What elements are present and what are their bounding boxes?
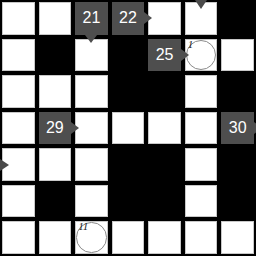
clue-badge-21[interactable]: 21 [75,2,108,35]
grid-cell[interactable] [2,185,35,218]
grid-cell[interactable] [112,112,145,145]
black-cell [112,75,145,108]
clue-badge-label: 22 [119,9,137,27]
grid-cell[interactable] [39,2,72,35]
down-arrow-marker [195,0,207,9]
grid-cell[interactable] [221,39,254,72]
grid-cell[interactable] [75,148,108,181]
black-cell [221,185,254,218]
clue-badge-22[interactable]: 22 [112,2,145,35]
black-cell [221,75,254,108]
black-cell [39,185,72,218]
right-arrow-marker [0,159,9,171]
pencil-clue-number: 11 [78,220,88,233]
clue-badge-label: 30 [229,119,247,137]
grid-cell[interactable] [185,148,218,181]
grid-cell[interactable]: 11 [75,221,108,254]
grid-cell[interactable] [148,2,181,35]
grid-cell[interactable] [75,75,108,108]
badge-pointer-right [254,122,256,134]
grid-cell[interactable] [221,221,254,254]
grid-cell[interactable] [185,75,218,108]
clue-badge-25[interactable]: 25 [148,39,181,72]
black-cell [221,148,254,181]
black-cell [148,75,181,108]
badge-pointer-right [181,49,189,61]
grid-cell[interactable] [185,221,218,254]
grid-cell[interactable] [2,221,35,254]
black-cell [112,39,145,72]
badge-pointer-down [85,35,97,43]
clue-badge-label: 21 [83,9,101,27]
clue-badge-30[interactable]: 30 [221,112,254,145]
grid-cell[interactable]: 1 [185,39,218,72]
badge-pointer-right [71,122,79,134]
black-cell [148,148,181,181]
black-cell [39,39,72,72]
grid-cell[interactable] [39,148,72,181]
clue-badge-label: 29 [46,119,64,137]
grid-cell[interactable] [75,112,108,145]
grid-cell[interactable] [148,221,181,254]
grid-cell[interactable] [112,221,145,254]
black-cell [221,2,254,35]
grid-cell[interactable] [148,112,181,145]
black-cell [112,148,145,181]
black-cell [148,185,181,218]
crossword-board: 1112122252930 [0,0,256,256]
grid-cell[interactable] [2,112,35,145]
grid-cell[interactable] [39,221,72,254]
grid-cell[interactable] [39,75,72,108]
badge-pointer-right [144,12,152,24]
grid-cell[interactable] [2,2,35,35]
grid-cell[interactable] [2,75,35,108]
clue-badge-29[interactable]: 29 [39,112,72,145]
grid-cell[interactable] [75,185,108,218]
grid-cell[interactable] [75,39,108,72]
grid-cell[interactable] [185,185,218,218]
grid-cell[interactable] [2,39,35,72]
black-cell [112,185,145,218]
grid-cell[interactable] [185,112,218,145]
clue-badge-label: 25 [156,46,174,64]
